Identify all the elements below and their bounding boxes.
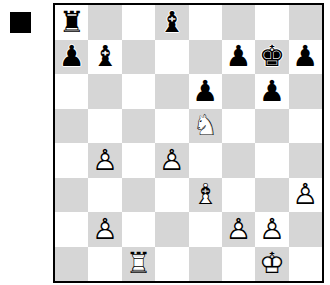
square-d8[interactable]: ♝	[155, 5, 188, 40]
square-h8[interactable]	[289, 5, 322, 40]
square-g4[interactable]	[255, 143, 288, 178]
square-c2[interactable]	[122, 212, 155, 247]
square-h5[interactable]	[289, 109, 322, 144]
white-knight-piece[interactable]: ♞♘	[189, 109, 222, 144]
piece-outline: ♙	[88, 143, 121, 178]
piece-outline: ♙	[88, 212, 121, 247]
square-g2[interactable]: ♟♙	[255, 212, 288, 247]
square-e6[interactable]: ♟	[189, 74, 222, 109]
square-d3[interactable]	[155, 178, 188, 213]
square-a1[interactable]	[55, 247, 88, 282]
black-to-move-indicator	[10, 12, 31, 33]
square-f8[interactable]	[222, 5, 255, 40]
piece-outline: ♙	[155, 143, 188, 178]
square-f2[interactable]: ♟♙	[222, 212, 255, 247]
square-f7[interactable]: ♟	[222, 40, 255, 75]
page: ♜♝♟♝♟♚♟♟♟♞♘♟♙♟♙♝♗♟♙♟♙♟♙♟♙♜♖♚♔	[0, 0, 330, 285]
square-g8[interactable]	[255, 5, 288, 40]
square-c7[interactable]	[122, 40, 155, 75]
square-d6[interactable]	[155, 74, 188, 109]
black-rook-piece[interactable]: ♜	[55, 5, 88, 40]
square-e4[interactable]	[189, 143, 222, 178]
black-pawn-piece[interactable]: ♟	[289, 40, 322, 75]
black-bishop-piece[interactable]: ♝	[155, 5, 188, 40]
chess-board: ♜♝♟♝♟♚♟♟♟♞♘♟♙♟♙♝♗♟♙♟♙♟♙♟♙♜♖♚♔	[53, 3, 324, 283]
square-a7[interactable]: ♟	[55, 40, 88, 75]
square-g1[interactable]: ♚♔	[255, 247, 288, 282]
piece-outline: ♔	[255, 247, 288, 282]
square-f4[interactable]	[222, 143, 255, 178]
white-pawn-piece[interactable]: ♟♙	[88, 212, 121, 247]
square-h3[interactable]: ♟♙	[289, 178, 322, 213]
square-b4[interactable]: ♟♙	[88, 143, 121, 178]
square-h2[interactable]	[289, 212, 322, 247]
piece-outline: ♙	[255, 212, 288, 247]
square-f3[interactable]	[222, 178, 255, 213]
square-e3[interactable]: ♝♗	[189, 178, 222, 213]
black-bishop-piece[interactable]: ♝	[88, 40, 121, 75]
square-g5[interactable]	[255, 109, 288, 144]
square-b5[interactable]	[88, 109, 121, 144]
square-c6[interactable]	[122, 74, 155, 109]
white-pawn-piece[interactable]: ♟♙	[88, 143, 121, 178]
square-g6[interactable]: ♟	[255, 74, 288, 109]
square-a5[interactable]	[55, 109, 88, 144]
square-e5[interactable]: ♞♘	[189, 109, 222, 144]
square-e1[interactable]	[189, 247, 222, 282]
square-f6[interactable]	[222, 74, 255, 109]
square-d2[interactable]	[155, 212, 188, 247]
black-pawn-piece[interactable]: ♟	[222, 40, 255, 75]
piece-outline: ♘	[189, 109, 222, 144]
white-rook-piece[interactable]: ♜♖	[122, 247, 155, 282]
white-pawn-piece[interactable]: ♟♙	[155, 143, 188, 178]
square-b2[interactable]: ♟♙	[88, 212, 121, 247]
square-c8[interactable]	[122, 5, 155, 40]
black-pawn-piece[interactable]: ♟	[55, 40, 88, 75]
square-h1[interactable]	[289, 247, 322, 282]
square-a8[interactable]: ♜	[55, 5, 88, 40]
square-d1[interactable]	[155, 247, 188, 282]
square-a2[interactable]	[55, 212, 88, 247]
square-h6[interactable]	[289, 74, 322, 109]
square-a4[interactable]	[55, 143, 88, 178]
piece-outline: ♖	[122, 247, 155, 282]
square-b1[interactable]	[88, 247, 121, 282]
white-bishop-piece[interactable]: ♝♗	[189, 178, 222, 213]
square-c4[interactable]	[122, 143, 155, 178]
white-pawn-piece[interactable]: ♟♙	[222, 212, 255, 247]
square-b7[interactable]: ♝	[88, 40, 121, 75]
square-c1[interactable]: ♜♖	[122, 247, 155, 282]
square-c3[interactable]	[122, 178, 155, 213]
square-g3[interactable]	[255, 178, 288, 213]
piece-outline: ♗	[189, 178, 222, 213]
square-d7[interactable]	[155, 40, 188, 75]
square-c5[interactable]	[122, 109, 155, 144]
square-b8[interactable]	[88, 5, 121, 40]
square-h7[interactable]: ♟	[289, 40, 322, 75]
white-pawn-piece[interactable]: ♟♙	[289, 178, 322, 213]
black-pawn-piece[interactable]: ♟	[189, 74, 222, 109]
black-king-piece[interactable]: ♚	[255, 40, 288, 75]
square-b6[interactable]	[88, 74, 121, 109]
square-h4[interactable]	[289, 143, 322, 178]
square-a3[interactable]	[55, 178, 88, 213]
square-a6[interactable]	[55, 74, 88, 109]
square-b3[interactable]	[88, 178, 121, 213]
square-e2[interactable]	[189, 212, 222, 247]
piece-outline: ♙	[289, 178, 322, 213]
square-e7[interactable]	[189, 40, 222, 75]
white-king-piece[interactable]: ♚♔	[255, 247, 288, 282]
square-d5[interactable]	[155, 109, 188, 144]
square-g7[interactable]: ♚	[255, 40, 288, 75]
square-f5[interactable]	[222, 109, 255, 144]
white-pawn-piece[interactable]: ♟♙	[255, 212, 288, 247]
square-d4[interactable]: ♟♙	[155, 143, 188, 178]
square-e8[interactable]	[189, 5, 222, 40]
piece-outline: ♙	[222, 212, 255, 247]
black-pawn-piece[interactable]: ♟	[255, 74, 288, 109]
square-f1[interactable]	[222, 247, 255, 282]
